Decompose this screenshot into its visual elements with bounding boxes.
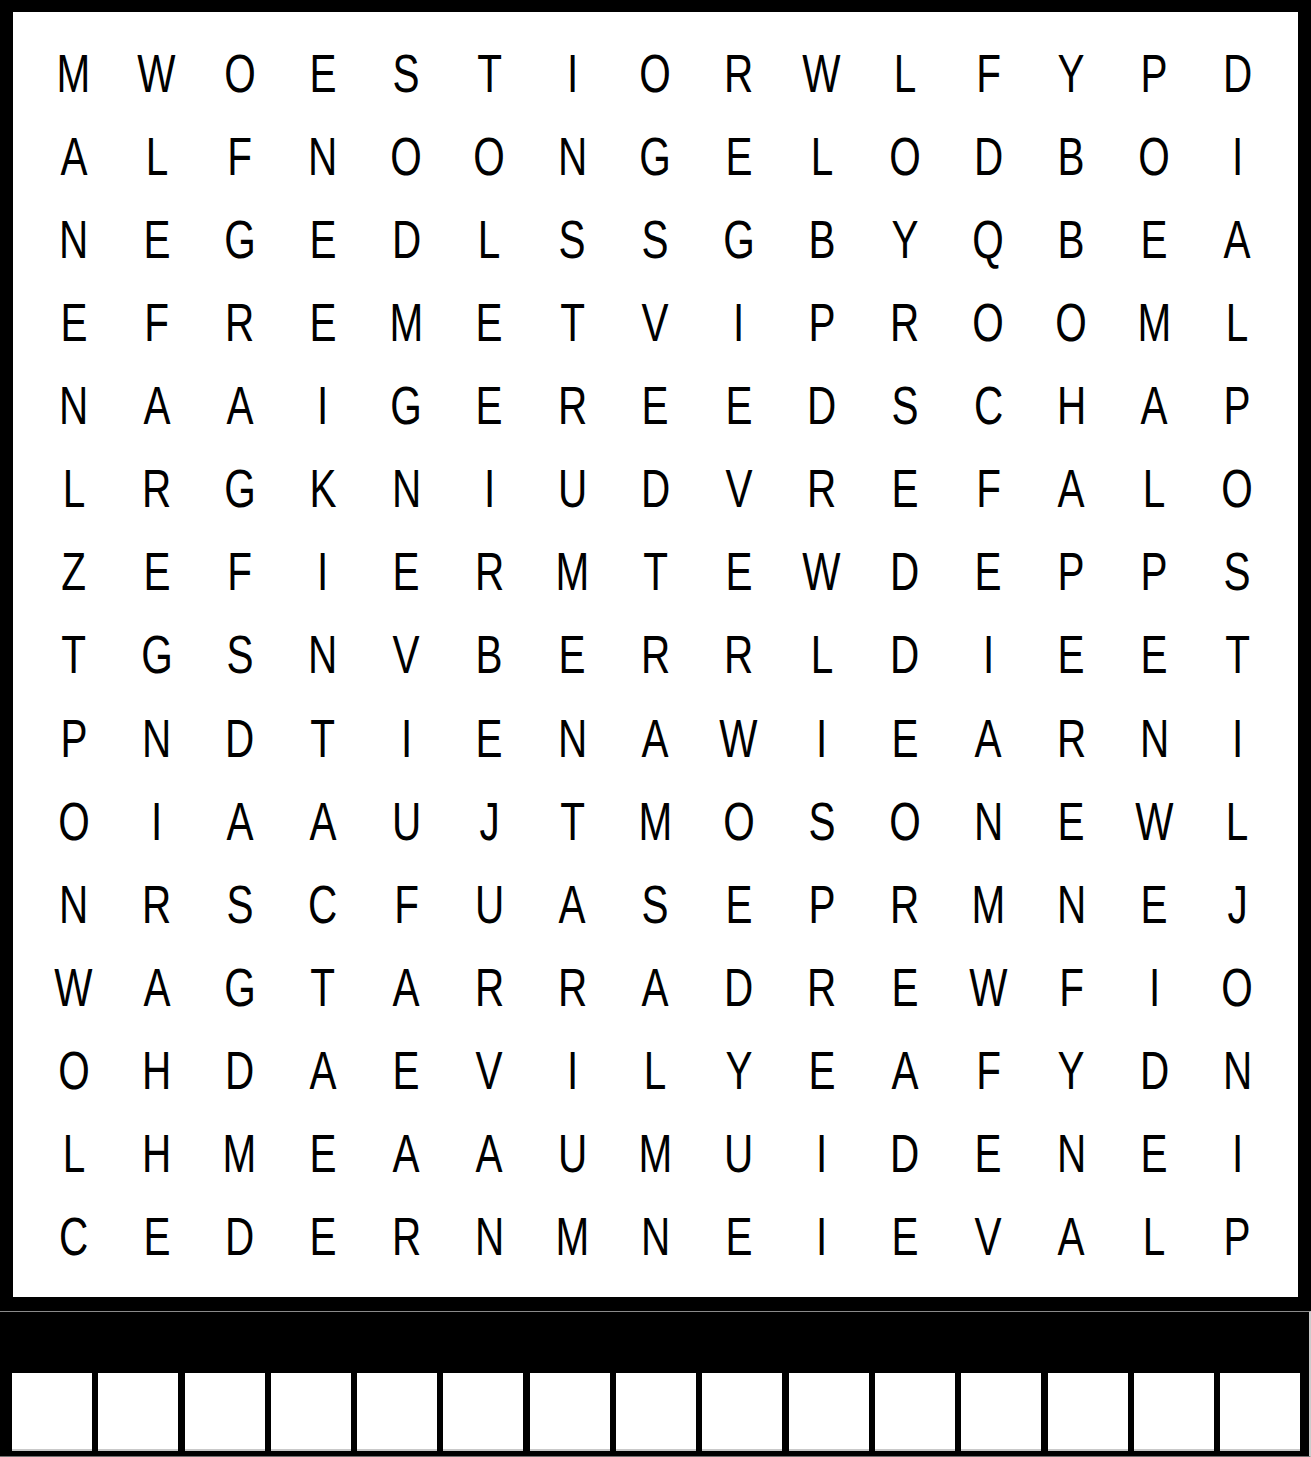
grid-cell-r2c11[interactable]: O <box>863 114 946 197</box>
grid-cell-r7c5[interactable]: E <box>365 530 448 613</box>
grid-cell-r12c10[interactable]: R <box>780 945 863 1028</box>
grid-cell-r7c1[interactable]: Z <box>32 530 115 613</box>
grid-cell-r6c6[interactable]: I <box>448 447 531 530</box>
answer-box-2[interactable] <box>98 1373 178 1451</box>
grid-cell-r3c1[interactable]: N <box>32 197 115 280</box>
grid-letter: Y <box>725 1043 752 1097</box>
grid-letter: A <box>1141 378 1168 432</box>
grid-cell-r6c9[interactable]: V <box>697 447 780 530</box>
grid-letter: O <box>640 46 672 100</box>
grid-letter: E <box>725 544 752 598</box>
grid-cell-r2c3[interactable]: F <box>198 114 281 197</box>
answer-box-15[interactable] <box>1220 1373 1300 1451</box>
grid-letter: M <box>57 46 91 100</box>
grid-cell-r10c14[interactable]: W <box>1113 779 1196 862</box>
grid-letter: P <box>1224 378 1251 432</box>
grid-cell-r1c15[interactable]: D <box>1196 31 1279 114</box>
grid-cell-r5c5[interactable]: G <box>365 364 448 447</box>
grid-cell-r6c8[interactable]: D <box>614 447 697 530</box>
grid-cell-r10c11[interactable]: O <box>863 779 946 862</box>
grid-cell-r1c14[interactable]: P <box>1113 31 1196 114</box>
grid-cell-r4c4[interactable]: E <box>281 280 364 363</box>
grid-cell-r15c10[interactable]: I <box>780 1195 863 1278</box>
grid-letter: A <box>891 1043 918 1097</box>
grid-cell-r3c2[interactable]: E <box>115 197 198 280</box>
grid-cell-r11c15[interactable]: J <box>1196 862 1279 945</box>
grid-cell-r13c1[interactable]: O <box>32 1029 115 1112</box>
grid-cell-r10c13[interactable]: E <box>1030 779 1113 862</box>
grid-cell-r6c12[interactable]: F <box>946 447 1029 530</box>
grid-letter: D <box>890 627 919 681</box>
grid-cell-r15c15[interactable]: P <box>1196 1195 1279 1278</box>
grid-cell-r7c9[interactable]: E <box>697 530 780 613</box>
grid-letter: E <box>309 46 336 100</box>
grid-cell-r2c13[interactable]: B <box>1030 114 1113 197</box>
grid-cell-r6c10[interactable]: R <box>780 447 863 530</box>
grid-cell-r14c11[interactable]: D <box>863 1112 946 1195</box>
grid-letter: O <box>473 129 505 183</box>
grid-cell-r9c1[interactable]: P <box>32 696 115 779</box>
answer-box-1[interactable] <box>12 1373 92 1451</box>
grid-cell-r14c3[interactable]: M <box>198 1112 281 1195</box>
grid-cell-r5c11[interactable]: S <box>863 364 946 447</box>
grid-letter: T <box>311 960 336 1014</box>
grid-cell-r6c4[interactable]: K <box>281 447 364 530</box>
grid-cell-r11c12[interactable]: M <box>946 862 1029 945</box>
grid-cell-r11c5[interactable]: F <box>365 862 448 945</box>
grid-cell-r13c3[interactable]: D <box>198 1029 281 1112</box>
answer-box-13[interactable] <box>1048 1373 1128 1451</box>
grid-cell-r3c7[interactable]: S <box>531 197 614 280</box>
grid-cell-r2c12[interactable]: D <box>946 114 1029 197</box>
grid-letter: W <box>720 711 758 765</box>
grid-cell-r14c7[interactable]: U <box>531 1112 614 1195</box>
grid-cell-r3c9[interactable]: G <box>697 197 780 280</box>
grid-letter: C <box>308 877 337 931</box>
grid-cell-r2c14[interactable]: O <box>1113 114 1196 197</box>
grid-cell-r1c11[interactable]: L <box>863 31 946 114</box>
grid-cell-r5c1[interactable]: N <box>32 364 115 447</box>
grid-cell-r5c6[interactable]: E <box>448 364 531 447</box>
grid-cell-r13c7[interactable]: I <box>531 1029 614 1112</box>
grid-cell-r11c2[interactable]: R <box>115 862 198 945</box>
grid-letter: D <box>1223 46 1252 100</box>
grid-cell-r14c12[interactable]: E <box>946 1112 1029 1195</box>
grid-cell-r8c6[interactable]: B <box>448 613 531 696</box>
grid-letter: I <box>567 1043 578 1097</box>
grid-letter: D <box>807 378 836 432</box>
grid-cell-r13c15[interactable]: N <box>1196 1029 1279 1112</box>
grid-cell-r8c14[interactable]: E <box>1113 613 1196 696</box>
grid-cell-r8c5[interactable]: V <box>365 613 448 696</box>
grid-cell-r13c9[interactable]: Y <box>697 1029 780 1112</box>
grid-cell-r1c4[interactable]: E <box>281 31 364 114</box>
grid-letter: S <box>226 877 253 931</box>
grid-letter: I <box>816 711 827 765</box>
grid-cell-r12c13[interactable]: F <box>1030 945 1113 1028</box>
grid-cell-r5c15[interactable]: P <box>1196 364 1279 447</box>
answer-box-10[interactable] <box>789 1373 869 1451</box>
grid-cell-r4c1[interactable]: E <box>32 280 115 363</box>
grid-cell-r11c9[interactable]: E <box>697 862 780 945</box>
grid-cell-r12c15[interactable]: O <box>1196 945 1279 1028</box>
grid-cell-r7c6[interactable]: R <box>448 530 531 613</box>
grid-letter: E <box>476 711 503 765</box>
grid-cell-r12c4[interactable]: T <box>281 945 364 1028</box>
grid-cell-r13c14[interactable]: D <box>1113 1029 1196 1112</box>
grid-letter: O <box>889 129 921 183</box>
grid-cell-r3c12[interactable]: Q <box>946 197 1029 280</box>
grid-cell-r4c12[interactable]: O <box>946 280 1029 363</box>
grid-cell-r13c5[interactable]: E <box>365 1029 448 1112</box>
grid-letter: C <box>59 1209 88 1263</box>
grid-cell-r7c4[interactable]: I <box>281 530 364 613</box>
grid-cell-r10c6[interactable]: J <box>448 779 531 862</box>
grid-cell-r14c9[interactable]: U <box>697 1112 780 1195</box>
grid-cell-r12c14[interactable]: I <box>1113 945 1196 1028</box>
grid-cell-r10c2[interactable]: I <box>115 779 198 862</box>
grid-cell-r6c3[interactable]: G <box>198 447 281 530</box>
grid-cell-r14c5[interactable]: A <box>365 1112 448 1195</box>
grid-letter: I <box>733 295 744 349</box>
grid-cell-r2c4[interactable]: N <box>281 114 364 197</box>
grid-cell-r2c2[interactable]: L <box>115 114 198 197</box>
grid-cell-r13c13[interactable]: Y <box>1030 1029 1113 1112</box>
grid-cell-r15c1[interactable]: C <box>32 1195 115 1278</box>
grid-letter: E <box>891 960 918 1014</box>
grid-letter: R <box>1057 711 1086 765</box>
grid-cell-r5c10[interactable]: D <box>780 364 863 447</box>
grid-letter: M <box>223 1126 257 1180</box>
grid-letter: O <box>1222 960 1254 1014</box>
grid-letter: D <box>724 960 753 1014</box>
grid-cell-r15c5[interactable]: R <box>365 1195 448 1278</box>
grid-letter: W <box>969 960 1007 1014</box>
grid-cell-r12c1[interactable]: W <box>32 945 115 1028</box>
grid-cell-r8c12[interactable]: I <box>946 613 1029 696</box>
grid-cell-r8c10[interactable]: L <box>780 613 863 696</box>
answer-box-14[interactable] <box>1134 1373 1214 1451</box>
grid-cell-r8c2[interactable]: G <box>115 613 198 696</box>
grid-cell-r5c12[interactable]: C <box>946 364 1029 447</box>
grid-cell-r5c14[interactable]: A <box>1113 364 1196 447</box>
grid-cell-r11c13[interactable]: N <box>1030 862 1113 945</box>
grid-cell-r1c13[interactable]: Y <box>1030 31 1113 114</box>
grid-cell-r14c6[interactable]: A <box>448 1112 531 1195</box>
grid-cell-r11c8[interactable]: S <box>614 862 697 945</box>
grid-cell-r8c8[interactable]: R <box>614 613 697 696</box>
grid-cell-r3c10[interactable]: B <box>780 197 863 280</box>
grid-letter: M <box>1137 295 1171 349</box>
grid-cell-r4c14[interactable]: M <box>1113 280 1196 363</box>
grid-cell-r15c7[interactable]: M <box>531 1195 614 1278</box>
grid-cell-r10c10[interactable]: S <box>780 779 863 862</box>
grid-cell-r4c6[interactable]: E <box>448 280 531 363</box>
grid-cell-r10c7[interactable]: T <box>531 779 614 862</box>
grid-letter: V <box>476 1043 503 1097</box>
grid-cell-r15c14[interactable]: L <box>1113 1195 1196 1278</box>
grid-letter: M <box>971 877 1005 931</box>
answer-box-6[interactable] <box>443 1373 523 1451</box>
grid-cell-r12c12[interactable]: W <box>946 945 1029 1028</box>
answer-box-7[interactable] <box>530 1373 610 1451</box>
answer-box-3[interactable] <box>185 1373 265 1451</box>
grid-letter: B <box>476 627 503 681</box>
answer-box-8[interactable] <box>616 1373 696 1451</box>
grid-letter: E <box>725 378 752 432</box>
grid-cell-r8c15[interactable]: T <box>1196 613 1279 696</box>
grid-cell-r11c7[interactable]: A <box>531 862 614 945</box>
grid-cell-r14c13[interactable]: N <box>1030 1112 1113 1195</box>
grid-cell-r14c2[interactable]: H <box>115 1112 198 1195</box>
grid-cell-r7c11[interactable]: D <box>863 530 946 613</box>
grid-cell-r8c1[interactable]: T <box>32 613 115 696</box>
grid-letter: P <box>1058 544 1085 598</box>
grid-cell-r4c13[interactable]: O <box>1030 280 1113 363</box>
grid-letter: N <box>59 378 88 432</box>
grid-letter: O <box>723 794 755 848</box>
grid-cell-r2c8[interactable]: G <box>614 114 697 197</box>
grid-cell-r7c15[interactable]: S <box>1196 530 1279 613</box>
grid-cell-r5c4[interactable]: I <box>281 364 364 447</box>
grid-cell-r10c5[interactable]: U <box>365 779 448 862</box>
grid-cell-r7c13[interactable]: P <box>1030 530 1113 613</box>
grid-cell-r1c3[interactable]: O <box>198 31 281 114</box>
grid-cell-r6c11[interactable]: E <box>863 447 946 530</box>
answer-box-11[interactable] <box>875 1373 955 1451</box>
grid-cell-r9c12[interactable]: A <box>946 696 1029 779</box>
grid-cell-r9c3[interactable]: D <box>198 696 281 779</box>
grid-cell-r1c9[interactable]: R <box>697 31 780 114</box>
grid-cell-r2c7[interactable]: N <box>531 114 614 197</box>
grid-cell-r15c6[interactable]: N <box>448 1195 531 1278</box>
grid-cell-r7c14[interactable]: P <box>1113 530 1196 613</box>
grid-cell-r2c5[interactable]: O <box>365 114 448 197</box>
grid-cell-r9c10[interactable]: I <box>780 696 863 779</box>
grid-cell-r4c9[interactable]: I <box>697 280 780 363</box>
grid-cell-r14c15[interactable]: I <box>1196 1112 1279 1195</box>
grid-letter: L <box>810 129 833 183</box>
grid-letter: E <box>725 129 752 183</box>
grid-cell-r12c6[interactable]: R <box>448 945 531 1028</box>
grid-cell-r15c13[interactable]: A <box>1030 1195 1113 1278</box>
grid-letter: U <box>391 794 420 848</box>
grid-letter: F <box>227 129 252 183</box>
grid-cell-r15c3[interactable]: D <box>198 1195 281 1278</box>
grid-cell-r9c6[interactable]: E <box>448 696 531 779</box>
grid-cell-r11c3[interactable]: S <box>198 862 281 945</box>
grid-cell-r10c3[interactable]: A <box>198 779 281 862</box>
grid-cell-r1c12[interactable]: F <box>946 31 1029 114</box>
grid-cell-r8c13[interactable]: E <box>1030 613 1113 696</box>
grid-letter: F <box>1059 960 1084 1014</box>
grid-cell-r3c14[interactable]: E <box>1113 197 1196 280</box>
grid-letter: F <box>144 295 169 349</box>
grid-cell-r7c7[interactable]: M <box>531 530 614 613</box>
grid-cell-r11c1[interactable]: N <box>32 862 115 945</box>
grid-cell-r9c15[interactable]: I <box>1196 696 1279 779</box>
grid-cell-r8c11[interactable]: D <box>863 613 946 696</box>
grid-cell-r10c8[interactable]: M <box>614 779 697 862</box>
grid-cell-r2c9[interactable]: E <box>697 114 780 197</box>
grid-cell-r4c5[interactable]: M <box>365 280 448 363</box>
grid-cell-r6c14[interactable]: L <box>1113 447 1196 530</box>
grid-cell-r3c5[interactable]: D <box>365 197 448 280</box>
grid-cell-r3c3[interactable]: G <box>198 197 281 280</box>
grid-cell-r10c4[interactable]: A <box>281 779 364 862</box>
grid-cell-r4c3[interactable]: R <box>198 280 281 363</box>
grid-cell-r4c15[interactable]: L <box>1196 280 1279 363</box>
grid-cell-r15c4[interactable]: E <box>281 1195 364 1278</box>
grid-cell-r12c11[interactable]: E <box>863 945 946 1028</box>
grid-cell-r13c10[interactable]: E <box>780 1029 863 1112</box>
grid-cell-r5c13[interactable]: H <box>1030 364 1113 447</box>
grid-cell-r12c7[interactable]: R <box>531 945 614 1028</box>
grid-cell-r14c14[interactable]: E <box>1113 1112 1196 1195</box>
grid-cell-r6c7[interactable]: U <box>531 447 614 530</box>
grid-cell-r9c11[interactable]: E <box>863 696 946 779</box>
grid-cell-r10c12[interactable]: N <box>946 779 1029 862</box>
grid-cell-r15c11[interactable]: E <box>863 1195 946 1278</box>
grid-cell-r13c6[interactable]: V <box>448 1029 531 1112</box>
grid-cell-r9c2[interactable]: N <box>115 696 198 779</box>
grid-cell-r9c4[interactable]: T <box>281 696 364 779</box>
grid-cell-r4c11[interactable]: R <box>863 280 946 363</box>
grid-cell-r13c8[interactable]: L <box>614 1029 697 1112</box>
grid-cell-r9c5[interactable]: I <box>365 696 448 779</box>
grid-cell-r10c15[interactable]: L <box>1196 779 1279 862</box>
grid-cell-r15c2[interactable]: E <box>115 1195 198 1278</box>
grid-cell-r12c2[interactable]: A <box>115 945 198 1028</box>
grid-cell-r6c2[interactable]: R <box>115 447 198 530</box>
grid-cell-r1c8[interactable]: O <box>614 31 697 114</box>
grid-letter: S <box>808 794 835 848</box>
answer-box-9[interactable] <box>702 1373 782 1451</box>
grid-cell-r9c7[interactable]: N <box>531 696 614 779</box>
grid-cell-r13c11[interactable]: A <box>863 1029 946 1112</box>
grid-cell-r6c5[interactable]: N <box>365 447 448 530</box>
grid-cell-r9c9[interactable]: W <box>697 696 780 779</box>
grid-cell-r2c15[interactable]: I <box>1196 114 1279 197</box>
grid-cell-r11c11[interactable]: R <box>863 862 946 945</box>
grid-cell-r1c7[interactable]: I <box>531 31 614 114</box>
grid-cell-r11c10[interactable]: P <box>780 862 863 945</box>
grid-cell-r5c8[interactable]: E <box>614 364 697 447</box>
grid-cell-r2c10[interactable]: L <box>780 114 863 197</box>
grid-cell-r8c7[interactable]: E <box>531 613 614 696</box>
grid-cell-r14c4[interactable]: E <box>281 1112 364 1195</box>
grid-letter: P <box>1224 1209 1251 1263</box>
grid-letter: I <box>816 1209 827 1263</box>
grid-cell-r14c1[interactable]: L <box>32 1112 115 1195</box>
grid-cell-r1c5[interactable]: S <box>365 31 448 114</box>
grid-cell-r4c2[interactable]: F <box>115 280 198 363</box>
grid-cell-r8c4[interactable]: N <box>281 613 364 696</box>
grid-cell-r12c8[interactable]: A <box>614 945 697 1028</box>
grid-cell-r8c3[interactable]: S <box>198 613 281 696</box>
grid-cell-r3c6[interactable]: L <box>448 197 531 280</box>
grid-cell-r14c8[interactable]: M <box>614 1112 697 1195</box>
grid-cell-r12c5[interactable]: A <box>365 945 448 1028</box>
grid-cell-r13c4[interactable]: A <box>281 1029 364 1112</box>
grid-cell-r2c6[interactable]: O <box>448 114 531 197</box>
grid-letter: M <box>639 794 673 848</box>
grid-cell-r11c4[interactable]: C <box>281 862 364 945</box>
answer-box-4[interactable] <box>271 1373 351 1451</box>
grid-cell-r5c2[interactable]: A <box>115 364 198 447</box>
grid-cell-r1c1[interactable]: M <box>32 31 115 114</box>
grid-letter: L <box>1143 1209 1166 1263</box>
grid-cell-r15c8[interactable]: N <box>614 1195 697 1278</box>
grid-cell-r7c12[interactable]: E <box>946 530 1029 613</box>
grid-letter: T <box>560 295 585 349</box>
grid-cell-r3c13[interactable]: B <box>1030 197 1113 280</box>
grid-cell-r7c2[interactable]: E <box>115 530 198 613</box>
grid-letter: P <box>808 295 835 349</box>
grid-cell-r13c2[interactable]: H <box>115 1029 198 1112</box>
grid-cell-r12c9[interactable]: D <box>697 945 780 1028</box>
grid-cell-r15c9[interactable]: E <box>697 1195 780 1278</box>
grid-cell-r9c8[interactable]: A <box>614 696 697 779</box>
grid-cell-r4c7[interactable]: T <box>531 280 614 363</box>
grid-cell-r7c10[interactable]: W <box>780 530 863 613</box>
grid-letter: E <box>476 378 503 432</box>
grid-letter: B <box>808 212 835 266</box>
grid-cell-r2c1[interactable]: A <box>32 114 115 197</box>
grid-letter: O <box>1222 461 1254 515</box>
grid-cell-r9c14[interactable]: N <box>1113 696 1196 779</box>
grid-cell-r9c13[interactable]: R <box>1030 696 1113 779</box>
grid-cell-r12c3[interactable]: G <box>198 945 281 1028</box>
grid-cell-r5c7[interactable]: R <box>531 364 614 447</box>
grid-cell-r3c15[interactable]: A <box>1196 197 1279 280</box>
grid-letter: E <box>891 461 918 515</box>
grid-letter: D <box>890 544 919 598</box>
grid-cell-r1c6[interactable]: T <box>448 31 531 114</box>
grid-cell-r1c2[interactable]: W <box>115 31 198 114</box>
grid-cell-r14c10[interactable]: I <box>780 1112 863 1195</box>
grid-cell-r7c3[interactable]: F <box>198 530 281 613</box>
grid-cell-r5c3[interactable]: A <box>198 364 281 447</box>
grid-cell-r4c10[interactable]: P <box>780 280 863 363</box>
grid-cell-r3c11[interactable]: Y <box>863 197 946 280</box>
grid-cell-r5c9[interactable]: E <box>697 364 780 447</box>
answer-box-12[interactable] <box>961 1373 1041 1451</box>
grid-letter: P <box>1141 46 1168 100</box>
grid-cell-r10c1[interactable]: O <box>32 779 115 862</box>
grid-cell-r15c12[interactable]: V <box>946 1195 1029 1278</box>
grid-letter: S <box>559 212 586 266</box>
grid-cell-r6c13[interactable]: A <box>1030 447 1113 530</box>
grid-cell-r3c8[interactable]: S <box>614 197 697 280</box>
grid-cell-r3c4[interactable]: E <box>281 197 364 280</box>
grid-cell-r10c9[interactable]: O <box>697 779 780 862</box>
grid-cell-r6c1[interactable]: L <box>32 447 115 530</box>
grid-letter: R <box>890 295 919 349</box>
grid-cell-r1c10[interactable]: W <box>780 31 863 114</box>
grid-cell-r11c6[interactable]: U <box>448 862 531 945</box>
grid-cell-r11c14[interactable]: E <box>1113 862 1196 945</box>
grid-cell-r6c15[interactable]: O <box>1196 447 1279 530</box>
grid-letter: K <box>309 461 336 515</box>
grid-cell-r8c9[interactable]: R <box>697 613 780 696</box>
grid-cell-r4c8[interactable]: V <box>614 280 697 363</box>
grid-letter: I <box>1232 711 1243 765</box>
answer-box-5[interactable] <box>357 1373 437 1451</box>
grid-cell-r13c12[interactable]: F <box>946 1029 1029 1112</box>
grid-letter: D <box>1140 1043 1169 1097</box>
grid-cell-r7c8[interactable]: T <box>614 530 697 613</box>
